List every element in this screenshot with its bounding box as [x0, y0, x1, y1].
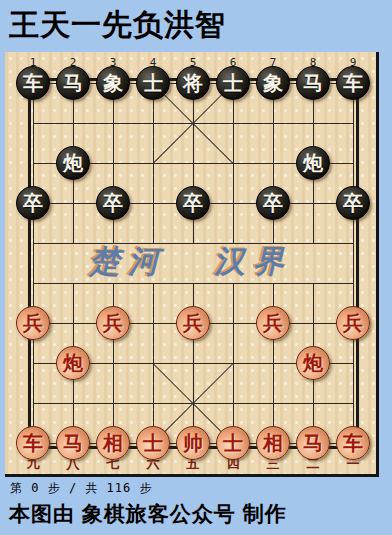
river-label-right: 汉界: [188, 243, 318, 283]
piece-black-pawn[interactable]: 卒: [336, 186, 370, 220]
piece-black-pawn[interactable]: 卒: [176, 186, 210, 220]
piece-red-general[interactable]: 帅: [176, 426, 210, 460]
grid-line: [353, 83, 354, 444]
piece-red-cannon[interactable]: 炮: [56, 346, 90, 380]
piece-red-advisor[interactable]: 士: [136, 426, 170, 460]
piece-red-pawn[interactable]: 兵: [256, 306, 290, 340]
piece-red-horse[interactable]: 马: [296, 426, 330, 460]
piece-red-elephant[interactable]: 相: [96, 426, 130, 460]
grid-line: [33, 83, 34, 444]
piece-red-pawn[interactable]: 兵: [336, 306, 370, 340]
grid-line: [233, 83, 234, 244]
piece-black-pawn[interactable]: 卒: [96, 186, 130, 220]
piece-red-pawn[interactable]: 兵: [16, 306, 50, 340]
piece-black-advisor[interactable]: 士: [136, 66, 170, 100]
board-grid: 楚河 汉界 123456789九八七六五四三二一车马象士将士象马车炮炮卒卒卒卒卒…: [33, 83, 354, 444]
piece-red-horse[interactable]: 马: [56, 426, 90, 460]
piece-black-chariot[interactable]: 车: [336, 66, 370, 100]
xiangqi-board[interactable]: 楚河 汉界 123456789九八七六五四三二一车马象士将士象马车炮炮卒卒卒卒卒…: [5, 52, 379, 477]
piece-red-cannon[interactable]: 炮: [296, 346, 330, 380]
piece-black-advisor[interactable]: 士: [216, 66, 250, 100]
piece-black-cannon[interactable]: 炮: [296, 146, 330, 180]
piece-black-pawn[interactable]: 卒: [16, 186, 50, 220]
piece-red-chariot[interactable]: 车: [336, 426, 370, 460]
river-label-left: 楚河: [63, 243, 193, 283]
piece-black-elephant[interactable]: 象: [96, 66, 130, 100]
piece-black-elephant[interactable]: 象: [256, 66, 290, 100]
move-counter: 第 0 步 / 共 116 步: [10, 480, 152, 497]
piece-black-horse[interactable]: 马: [296, 66, 330, 100]
piece-red-chariot[interactable]: 车: [16, 426, 50, 460]
piece-black-pawn[interactable]: 卒: [256, 186, 290, 220]
piece-red-pawn[interactable]: 兵: [96, 306, 130, 340]
piece-black-horse[interactable]: 马: [56, 66, 90, 100]
credit-text: 本图由 象棋旅客公众号 制作: [9, 500, 287, 528]
piece-black-cannon[interactable]: 炮: [56, 146, 90, 180]
piece-red-advisor[interactable]: 士: [216, 426, 250, 460]
piece-black-chariot[interactable]: 车: [16, 66, 50, 100]
piece-red-pawn[interactable]: 兵: [176, 306, 210, 340]
piece-red-elephant[interactable]: 相: [256, 426, 290, 460]
page-title: 王天一先负洪智: [9, 5, 226, 46]
piece-black-general[interactable]: 将: [176, 66, 210, 100]
